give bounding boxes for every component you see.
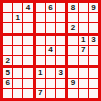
cell-r3c4[interactable]	[36, 23, 45, 32]
cell-r3c3[interactable]	[23, 23, 32, 32]
box-1-3: 892	[68, 3, 98, 33]
cell-r4c5[interactable]	[46, 36, 55, 45]
cell-r8c3[interactable]	[23, 79, 32, 88]
cell-r5c5[interactable]: 4	[46, 46, 55, 55]
cell-r7c6[interactable]: 3	[56, 68, 65, 77]
cell-r4c3[interactable]	[23, 36, 32, 45]
cell-r3c6[interactable]	[56, 23, 65, 32]
cell-r1c1[interactable]	[3, 3, 12, 12]
cell-r6c1[interactable]: 2	[3, 56, 12, 65]
box-1-1: 41	[3, 3, 33, 33]
cell-r8c4[interactable]	[36, 79, 45, 88]
box-2-2: 4	[36, 36, 66, 66]
cell-r8c9[interactable]	[89, 79, 98, 88]
cell-r8c2[interactable]	[13, 79, 22, 88]
sudoku-board: 41689224137561379	[0, 0, 101, 101]
cell-r5c3[interactable]	[23, 46, 32, 55]
cell-r6c8[interactable]	[79, 56, 88, 65]
cell-r2c4[interactable]	[36, 13, 45, 22]
cell-r1c9[interactable]: 9	[89, 3, 98, 12]
cell-r9c8[interactable]	[79, 89, 88, 98]
cell-r2c2[interactable]: 1	[13, 13, 22, 22]
cell-r9c5[interactable]	[46, 89, 55, 98]
cell-r3c7[interactable]: 2	[68, 23, 77, 32]
cell-r6c6[interactable]	[56, 56, 65, 65]
cell-r1c7[interactable]: 8	[68, 3, 77, 12]
cell-r5c9[interactable]	[89, 46, 98, 55]
cell-r5c1[interactable]	[3, 46, 12, 55]
cell-r4c8[interactable]: 1	[79, 36, 88, 45]
cell-r8c7[interactable]: 9	[68, 79, 77, 88]
cell-r7c1[interactable]: 5	[3, 68, 12, 77]
cell-r7c8[interactable]	[79, 68, 88, 77]
cell-r1c5[interactable]: 6	[46, 3, 55, 12]
cell-r4c4[interactable]	[36, 36, 45, 45]
cell-r1c6[interactable]	[56, 3, 65, 12]
cell-r9c2[interactable]	[13, 89, 22, 98]
cell-r7c2[interactable]	[13, 68, 22, 77]
cell-r5c7[interactable]	[68, 46, 77, 55]
cell-r3c8[interactable]	[79, 23, 88, 32]
cell-r3c9[interactable]	[89, 23, 98, 32]
cell-r7c5[interactable]	[46, 68, 55, 77]
cell-r7c4[interactable]: 1	[36, 68, 45, 77]
box-1-2: 6	[36, 3, 66, 33]
cell-r1c2[interactable]	[13, 3, 22, 12]
cell-r7c7[interactable]	[68, 68, 77, 77]
cell-r6c5[interactable]	[46, 56, 55, 65]
cell-r1c4[interactable]	[36, 3, 45, 12]
cell-r8c5[interactable]	[46, 79, 55, 88]
cell-r6c7[interactable]	[68, 56, 77, 65]
cell-r8c1[interactable]: 6	[3, 79, 12, 88]
cell-r5c4[interactable]	[36, 46, 45, 55]
cell-r6c9[interactable]	[89, 56, 98, 65]
cell-r5c8[interactable]: 7	[79, 46, 88, 55]
cell-r4c2[interactable]	[13, 36, 22, 45]
cell-r4c9[interactable]: 3	[89, 36, 98, 45]
cell-r9c3[interactable]	[23, 89, 32, 98]
cell-r2c7[interactable]	[68, 13, 77, 22]
cell-r1c8[interactable]	[79, 3, 88, 12]
cell-r4c7[interactable]	[68, 36, 77, 45]
cell-r5c6[interactable]	[56, 46, 65, 55]
box-3-1: 56	[3, 68, 33, 98]
cell-r2c3[interactable]	[23, 13, 32, 22]
cell-r2c9[interactable]	[89, 13, 98, 22]
cell-r7c9[interactable]	[89, 68, 98, 77]
cell-r8c6[interactable]	[56, 79, 65, 88]
cell-r6c3[interactable]	[23, 56, 32, 65]
box-3-3: 9	[68, 68, 98, 98]
cell-r3c2[interactable]	[13, 23, 22, 32]
cell-r2c8[interactable]	[79, 13, 88, 22]
cell-r9c6[interactable]	[56, 89, 65, 98]
cell-r9c7[interactable]	[68, 89, 77, 98]
cell-r1c3[interactable]: 4	[23, 3, 32, 12]
box-2-3: 137	[68, 36, 98, 66]
cell-r3c5[interactable]	[46, 23, 55, 32]
cell-r4c6[interactable]	[56, 36, 65, 45]
cell-r7c3[interactable]	[23, 68, 32, 77]
cell-r9c4[interactable]: 7	[36, 89, 45, 98]
box-2-1: 2	[3, 36, 33, 66]
box-3-2: 137	[36, 68, 66, 98]
cell-r5c2[interactable]	[13, 46, 22, 55]
cell-r2c1[interactable]	[3, 13, 12, 22]
cell-r8c8[interactable]	[79, 79, 88, 88]
cell-r2c6[interactable]	[56, 13, 65, 22]
cell-r4c1[interactable]	[3, 36, 12, 45]
cell-r6c4[interactable]	[36, 56, 45, 65]
cell-r3c1[interactable]	[3, 23, 12, 32]
cell-r6c2[interactable]	[13, 56, 22, 65]
cell-r9c1[interactable]	[3, 89, 12, 98]
cell-r9c9[interactable]	[89, 89, 98, 98]
cell-r2c5[interactable]	[46, 13, 55, 22]
